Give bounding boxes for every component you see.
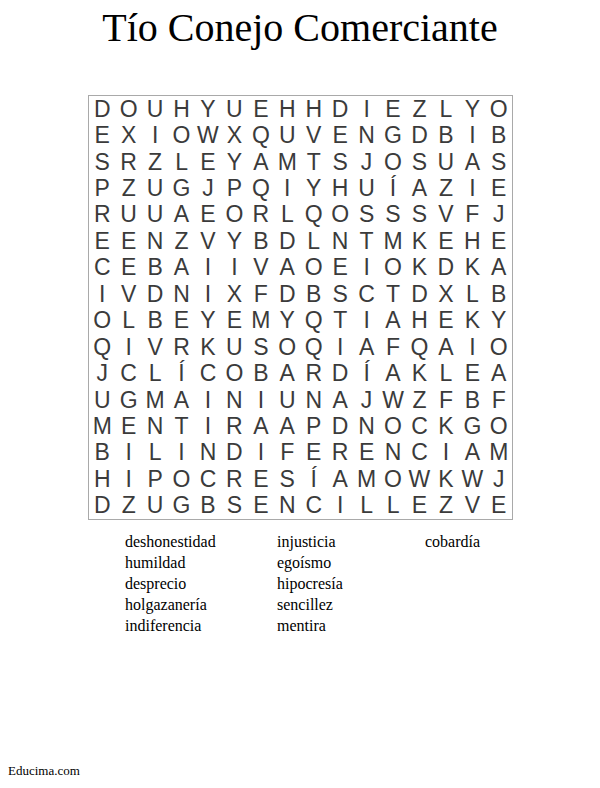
grid-cell: S xyxy=(406,202,432,228)
grid-cell: Y xyxy=(221,149,247,175)
grid-cell: H xyxy=(274,96,300,122)
grid-cell: A xyxy=(168,255,194,281)
word-item: deshonestidad xyxy=(125,531,277,552)
grid-cell: P xyxy=(221,175,247,201)
grid-cell: D xyxy=(327,413,353,439)
grid-cell: A xyxy=(248,149,274,175)
grid-cell: E xyxy=(433,308,459,334)
grid-cell: Q xyxy=(89,334,115,360)
grid-cell: K xyxy=(406,228,432,254)
grid-cell: O xyxy=(486,334,512,360)
grid-cell: R xyxy=(248,202,274,228)
grid-cell: A xyxy=(486,255,512,281)
grid-cell: L xyxy=(301,228,327,254)
grid-cell: M xyxy=(89,413,115,439)
grid-cell: O xyxy=(301,255,327,281)
grid-cell: N xyxy=(301,387,327,413)
word-item: mentira xyxy=(277,615,425,636)
grid-cell: S xyxy=(248,334,274,360)
grid-cell: A xyxy=(433,334,459,360)
word-list-column: injusticiaegoísmohipocresíasencillezment… xyxy=(277,531,425,636)
grid-cell: U xyxy=(221,334,247,360)
grid-cell: I xyxy=(248,440,274,466)
grid-cell: R xyxy=(89,202,115,228)
grid-cell: E xyxy=(433,228,459,254)
grid-cell: H xyxy=(168,96,194,122)
grid-cell: K xyxy=(433,413,459,439)
grid-cell: S xyxy=(406,149,432,175)
word-list-column: cobardía xyxy=(425,531,480,636)
word-item: egoísmo xyxy=(277,552,425,573)
grid-cell: K xyxy=(459,308,485,334)
grid-cell: O xyxy=(89,308,115,334)
grid-cell: K xyxy=(406,255,432,281)
grid-cell: R xyxy=(301,360,327,386)
grid-cell: O xyxy=(380,149,406,175)
grid-cell: R xyxy=(221,466,247,492)
grid-cell: B xyxy=(486,122,512,148)
grid-cell: E xyxy=(486,175,512,201)
grid-cell: D xyxy=(274,281,300,307)
grid-cell: Í xyxy=(301,466,327,492)
grid-cell: L xyxy=(380,493,406,519)
grid-cell: E xyxy=(115,228,141,254)
word-list: deshonestidadhumildaddesprecioholgazaner… xyxy=(125,531,575,636)
grid-cell: L xyxy=(142,360,168,386)
grid-cell: M xyxy=(274,149,300,175)
grid-cell: N xyxy=(195,440,221,466)
grid-cell: B xyxy=(486,281,512,307)
grid-cell: B xyxy=(433,122,459,148)
grid-cell: I xyxy=(142,122,168,148)
grid-cell: P xyxy=(89,175,115,201)
grid-cell: S xyxy=(327,149,353,175)
grid-cell: I xyxy=(115,334,141,360)
grid-cell: X xyxy=(221,122,247,148)
grid-cell: A xyxy=(406,175,432,201)
grid-cell: E xyxy=(248,493,274,519)
grid-cell: E xyxy=(380,96,406,122)
grid-cell: O xyxy=(380,466,406,492)
grid-cell: U xyxy=(142,96,168,122)
grid-cell: L xyxy=(115,308,141,334)
grid-cell: I xyxy=(353,255,379,281)
grid-cell: I xyxy=(327,493,353,519)
grid-cell: L xyxy=(142,440,168,466)
grid-cell: I xyxy=(327,334,353,360)
grid-cell: V xyxy=(248,255,274,281)
grid-cell: Q xyxy=(248,122,274,148)
grid-cell: V xyxy=(115,281,141,307)
grid-cell: R xyxy=(327,440,353,466)
grid-cell: N xyxy=(221,387,247,413)
grid-cell: S xyxy=(327,281,353,307)
grid-cell: N xyxy=(327,228,353,254)
grid-cell: C xyxy=(353,281,379,307)
grid-cell: Y xyxy=(274,308,300,334)
grid-cell: N xyxy=(353,122,379,148)
grid-cell: Y xyxy=(221,228,247,254)
grid-cell: H xyxy=(301,96,327,122)
grid-cell: U xyxy=(221,96,247,122)
grid-cell: Q xyxy=(301,202,327,228)
grid-cell: O xyxy=(327,202,353,228)
grid-cell: I xyxy=(353,308,379,334)
grid-cell: O xyxy=(486,96,512,122)
grid-cell: Q xyxy=(301,308,327,334)
grid-cell: W xyxy=(195,122,221,148)
word-item: sencillez xyxy=(277,594,425,615)
grid-cell: J xyxy=(353,387,379,413)
word-item: hipocresía xyxy=(277,573,425,594)
grid-cell: A xyxy=(274,413,300,439)
word-item: cobardía xyxy=(425,531,480,552)
grid-cell: U xyxy=(115,202,141,228)
grid-cell: Z xyxy=(142,149,168,175)
grid-cell: O xyxy=(486,413,512,439)
grid-cell: U xyxy=(142,202,168,228)
grid-cell: E xyxy=(406,493,432,519)
grid-cell: D xyxy=(274,228,300,254)
grid-cell: Z xyxy=(433,493,459,519)
grid-cell: P xyxy=(142,466,168,492)
grid-cell: O xyxy=(221,360,247,386)
grid-cell: O xyxy=(380,413,406,439)
grid-cell: N xyxy=(142,413,168,439)
grid-cell: L xyxy=(459,281,485,307)
grid-cell: T xyxy=(380,281,406,307)
grid-cell: Y xyxy=(195,308,221,334)
grid-cell: Z xyxy=(168,228,194,254)
grid-cell: Z xyxy=(115,493,141,519)
grid-cell: A xyxy=(459,149,485,175)
grid-cell: A xyxy=(274,255,300,281)
grid-cell: M xyxy=(353,466,379,492)
grid-cell: Q xyxy=(248,175,274,201)
grid-cell: I xyxy=(353,96,379,122)
grid-cell: S xyxy=(486,149,512,175)
grid-cell: K xyxy=(433,466,459,492)
grid-cell: A xyxy=(248,413,274,439)
grid-cell: F xyxy=(380,334,406,360)
grid-cell: D xyxy=(89,96,115,122)
grid-cell: E xyxy=(195,202,221,228)
grid-cell: I xyxy=(115,466,141,492)
grid-cell: F xyxy=(459,202,485,228)
grid-cell: S xyxy=(221,493,247,519)
grid-cell: V xyxy=(459,493,485,519)
grid-cell: L xyxy=(353,493,379,519)
grid-cell: X xyxy=(221,281,247,307)
grid-cell: V xyxy=(142,334,168,360)
grid-cell: K xyxy=(459,255,485,281)
grid-cell: M xyxy=(380,228,406,254)
grid-cell: Y xyxy=(459,96,485,122)
grid-cell: Z xyxy=(433,175,459,201)
grid-cell: E xyxy=(168,308,194,334)
grid-cell: Z xyxy=(406,387,432,413)
grid-cell: B xyxy=(248,228,274,254)
grid-cell: A xyxy=(168,202,194,228)
grid-cell: B xyxy=(459,387,485,413)
grid-cell: V xyxy=(301,122,327,148)
grid-cell: N xyxy=(142,228,168,254)
grid-cell: L xyxy=(433,360,459,386)
grid-cell: I xyxy=(248,387,274,413)
grid-cell: I xyxy=(221,255,247,281)
grid-cell: L xyxy=(274,202,300,228)
grid-cell: X xyxy=(115,122,141,148)
grid-cell: D xyxy=(221,440,247,466)
grid-cell: A xyxy=(459,440,485,466)
grid-cell: H xyxy=(459,228,485,254)
grid-cell: H xyxy=(327,175,353,201)
grid-cell: C xyxy=(89,255,115,281)
grid-cell: I xyxy=(195,413,221,439)
grid-cell: E xyxy=(115,255,141,281)
grid-cell: D xyxy=(406,281,432,307)
grid-cell: T xyxy=(327,308,353,334)
grid-cell: S xyxy=(89,149,115,175)
grid-cell: R xyxy=(221,413,247,439)
grid-cell: U xyxy=(89,387,115,413)
grid-cell: I xyxy=(115,440,141,466)
grid-cell: A xyxy=(274,360,300,386)
grid-cell: W xyxy=(380,387,406,413)
grid-cell: U xyxy=(353,175,379,201)
grid-cell: B xyxy=(248,360,274,386)
site-credit: Educima.com xyxy=(8,763,80,779)
grid-cell: F xyxy=(433,387,459,413)
grid-cell: B xyxy=(195,493,221,519)
grid-cell: M xyxy=(248,308,274,334)
grid-cell: Y xyxy=(195,96,221,122)
grid-cell: U xyxy=(142,493,168,519)
grid-cell: E xyxy=(89,228,115,254)
word-item: holgazanería xyxy=(125,594,277,615)
grid-cell: T xyxy=(168,413,194,439)
grid-cell: J xyxy=(353,149,379,175)
grid-cell: O xyxy=(380,255,406,281)
grid-cell: W xyxy=(406,466,432,492)
grid-cell: A xyxy=(380,360,406,386)
grid-cell: U xyxy=(274,387,300,413)
grid-cell: D xyxy=(142,281,168,307)
grid-cell: W xyxy=(459,466,485,492)
grid-cell: I xyxy=(195,281,221,307)
grid-cell: J xyxy=(486,466,512,492)
grid-cell: E xyxy=(486,228,512,254)
grid-cell: Z xyxy=(406,96,432,122)
grid-cell: N xyxy=(168,281,194,307)
grid-cell: N xyxy=(274,493,300,519)
grid-cell: C xyxy=(406,440,432,466)
grid-cell: E xyxy=(353,440,379,466)
grid-cell: H xyxy=(406,308,432,334)
grid-cell: Q xyxy=(301,334,327,360)
grid-cell: I xyxy=(168,440,194,466)
grid-cell: C xyxy=(115,360,141,386)
grid-cell: N xyxy=(353,413,379,439)
grid-cell: Í xyxy=(380,175,406,201)
grid-cell: O xyxy=(168,466,194,492)
word-list-column: deshonestidadhumildaddesprecioholgazaner… xyxy=(125,531,277,636)
grid-cell: U xyxy=(433,149,459,175)
grid-cell: F xyxy=(486,387,512,413)
grid-cell: I xyxy=(195,255,221,281)
grid-cell: Q xyxy=(406,334,432,360)
grid-cell: O xyxy=(115,96,141,122)
grid-cell: A xyxy=(168,387,194,413)
word-item: desprecio xyxy=(125,573,277,594)
grid-cell: K xyxy=(195,334,221,360)
grid-cell: J xyxy=(195,175,221,201)
grid-cell: D xyxy=(89,493,115,519)
grid-cell: E xyxy=(486,493,512,519)
grid-cell: Y xyxy=(486,308,512,334)
grid-cell: S xyxy=(274,466,300,492)
grid-cell: E xyxy=(115,413,141,439)
grid-cell: D xyxy=(327,360,353,386)
grid-cell: B xyxy=(89,440,115,466)
grid-cell: E xyxy=(327,122,353,148)
grid-cell: G xyxy=(115,387,141,413)
grid-cell: U xyxy=(274,122,300,148)
grid-cell: T xyxy=(301,149,327,175)
grid-cell: O xyxy=(221,202,247,228)
grid-cell: A xyxy=(327,466,353,492)
grid-cell: S xyxy=(353,202,379,228)
grid-cell: Z xyxy=(115,175,141,201)
grid-cell: I xyxy=(274,175,300,201)
grid-cell: M xyxy=(486,440,512,466)
grid-cell: A xyxy=(353,334,379,360)
grid-cell: T xyxy=(353,228,379,254)
grid-cell: O xyxy=(274,334,300,360)
grid-cell: E xyxy=(195,149,221,175)
grid-cell: E xyxy=(89,122,115,148)
grid-cell: D xyxy=(433,255,459,281)
grid-cell: D xyxy=(327,96,353,122)
grid-cell: G xyxy=(168,175,194,201)
grid-cell: Í xyxy=(168,360,194,386)
grid-cell: O xyxy=(168,122,194,148)
grid-cell: S xyxy=(380,202,406,228)
grid-cell: C xyxy=(195,360,221,386)
grid-cell: E xyxy=(459,360,485,386)
grid-cell: E xyxy=(248,96,274,122)
grid-cell: I xyxy=(459,175,485,201)
grid-cell: X xyxy=(433,281,459,307)
grid-cell: M xyxy=(142,387,168,413)
grid-cell: A xyxy=(327,387,353,413)
grid-cell: G xyxy=(168,493,194,519)
grid-cell: E xyxy=(248,466,274,492)
grid-cell: C xyxy=(406,413,432,439)
grid-cell: I xyxy=(195,387,221,413)
grid-cell: G xyxy=(380,122,406,148)
grid-cell: F xyxy=(274,440,300,466)
grid-cell: E xyxy=(221,308,247,334)
word-search-grid: DOUHYUEHHDIEZLYOEXIOWXQUVENGDBIBSRZLEYAM… xyxy=(88,95,513,520)
word-item: humildad xyxy=(125,552,277,573)
grid-cell: I xyxy=(89,281,115,307)
grid-cell: Í xyxy=(353,360,379,386)
grid-cell: U xyxy=(142,175,168,201)
grid-cell: R xyxy=(115,149,141,175)
grid-cell: P xyxy=(301,413,327,439)
puzzle-title: Tío Conejo Comerciante xyxy=(0,4,600,51)
grid-cell: I xyxy=(459,122,485,148)
grid-cell: D xyxy=(406,122,432,148)
grid-cell: B xyxy=(142,255,168,281)
grid-cell: G xyxy=(459,413,485,439)
grid-cell: A xyxy=(486,360,512,386)
grid-cell: C xyxy=(301,493,327,519)
grid-cell: B xyxy=(301,281,327,307)
word-item: injusticia xyxy=(277,531,425,552)
grid-cell: R xyxy=(168,334,194,360)
grid-cell: L xyxy=(168,149,194,175)
grid-cell: V xyxy=(195,228,221,254)
grid-cell: K xyxy=(406,360,432,386)
grid-cell: I xyxy=(459,334,485,360)
grid-cell: A xyxy=(380,308,406,334)
grid-cell: I xyxy=(433,440,459,466)
grid-cell: B xyxy=(142,308,168,334)
grid-cell: Y xyxy=(301,175,327,201)
grid-cell: V xyxy=(433,202,459,228)
grid-cell: N xyxy=(380,440,406,466)
grid-cell: J xyxy=(486,202,512,228)
grid-cell: L xyxy=(433,96,459,122)
word-item: indiferencia xyxy=(125,615,277,636)
grid-cell: J xyxy=(89,360,115,386)
grid-cell: C xyxy=(195,466,221,492)
grid-cell: H xyxy=(89,466,115,492)
grid-cell: E xyxy=(301,440,327,466)
grid-cell: E xyxy=(327,255,353,281)
grid-cell: F xyxy=(248,281,274,307)
